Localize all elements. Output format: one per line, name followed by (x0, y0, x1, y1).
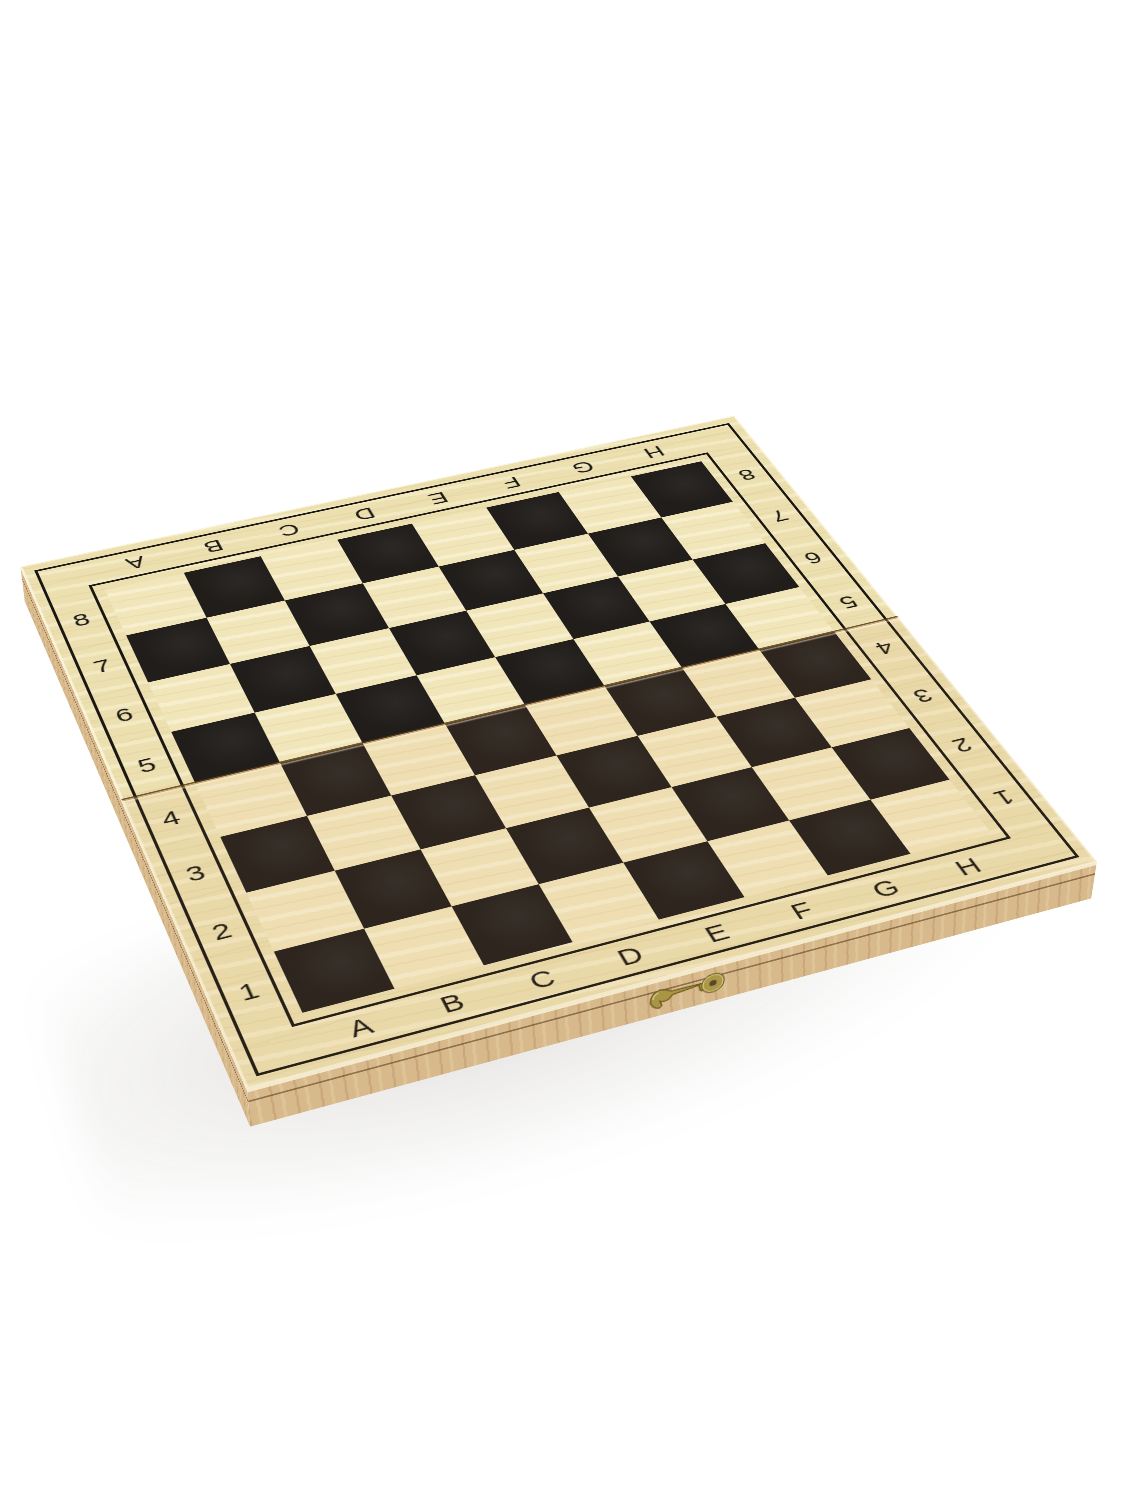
square-a1 (274, 928, 394, 1012)
file-label-near: C (489, 952, 596, 1007)
square-f3 (637, 716, 752, 787)
square-b4 (280, 743, 391, 815)
square-d3 (474, 755, 589, 828)
rank-label-left: 2 (186, 896, 259, 967)
square-h2 (831, 728, 949, 799)
square-e1 (623, 841, 744, 920)
square-f2 (671, 767, 789, 841)
file-label-near: G (834, 863, 938, 914)
file-label-near: H (917, 842, 1020, 892)
file-label-near: F (750, 885, 855, 937)
square-b2 (334, 849, 451, 928)
square-g3 (716, 698, 831, 768)
square-b1 (363, 906, 483, 989)
square-c4 (363, 724, 475, 795)
square-a4 (195, 763, 306, 837)
rank-label-left: 5 (114, 735, 181, 797)
square-c1 (451, 884, 572, 965)
rank-label-left: 4 (137, 786, 206, 851)
square-d4 (445, 705, 557, 775)
square-c3 (391, 775, 505, 849)
rank-label-right: 1 (962, 766, 1045, 830)
rank-label-left: 1 (212, 955, 287, 1029)
file-label-near: E (665, 907, 770, 960)
square-a3 (220, 816, 334, 893)
square-e3 (556, 736, 671, 808)
square-g1 (789, 799, 910, 875)
file-label-near: D (578, 929, 684, 983)
square-a5 (171, 712, 280, 782)
square-f1 (707, 820, 828, 897)
square-b3 (306, 795, 420, 871)
square-d2 (505, 808, 623, 884)
square-e2 (589, 787, 707, 862)
rank-label-left: 3 (161, 840, 232, 908)
square-d1 (538, 862, 659, 942)
square-h1 (870, 779, 991, 854)
square-g2 (752, 747, 870, 820)
square-c2 (421, 828, 538, 906)
square-a2 (246, 871, 363, 951)
board-photo: ABCDEFGH ABCDEFGH 87654321 87654321 (0, 0, 1132, 1500)
